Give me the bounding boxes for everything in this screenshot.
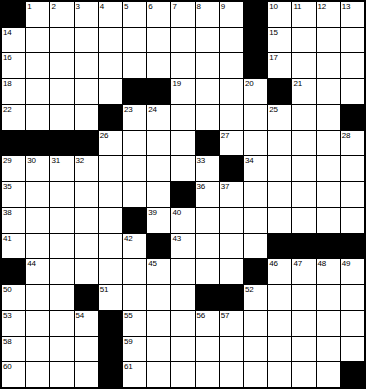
clue-number-38: 38 [3,208,12,217]
white-cell-r0c6[interactable]: 6 [147,2,170,27]
white-cell-r7c13[interactable] [317,182,340,207]
white-cell-r4c9[interactable] [220,105,243,130]
white-cell-r12c11[interactable] [268,311,291,336]
clue-number-8: 8 [197,2,201,11]
white-cell-r1c8[interactable] [196,28,219,53]
white-cell-r4c13[interactable] [317,105,340,130]
white-cell-r2c4[interactable] [99,53,122,78]
crossword-grid: 1234567891011121314151617181920212223242… [0,0,366,389]
white-cell-r0c3[interactable]: 3 [75,2,98,27]
white-cell-r2c2[interactable] [50,53,73,78]
black-cell-r10c0 [2,259,25,284]
clue-number-3: 3 [76,2,80,11]
white-cell-r13c12[interactable] [292,337,315,362]
white-cell-r1c5[interactable] [123,28,146,53]
clue-number-43: 43 [172,234,181,243]
clue-number-17: 17 [269,53,278,62]
white-cell-r12c12[interactable] [292,311,315,336]
white-cell-r4c12[interactable] [292,105,315,130]
clue-number-48: 48 [318,259,327,268]
clue-number-60: 60 [3,362,12,371]
black-cell-r11c9 [220,285,243,310]
clue-number-28: 28 [342,131,351,140]
white-cell-r14c3[interactable] [75,362,98,387]
white-cell-r4c10[interactable] [244,105,267,130]
clue-number-21: 21 [293,79,302,88]
white-cell-r3c9[interactable] [220,79,243,104]
clue-number-54: 54 [76,311,85,320]
clue-number-52: 52 [245,285,254,294]
white-cell-r10c11[interactable]: 46 [268,259,291,284]
white-cell-r13c9[interactable] [220,337,243,362]
white-cell-r3c4[interactable] [99,79,122,104]
clue-number-51: 51 [100,285,109,294]
white-cell-r6c10[interactable]: 34 [244,156,267,181]
white-cell-r10c9[interactable] [220,259,243,284]
clue-number-25: 25 [269,105,278,114]
white-cell-r1c7[interactable] [171,28,194,53]
clue-number-2: 2 [51,2,55,11]
clue-number-47: 47 [293,259,302,268]
white-cell-r13c13[interactable] [317,337,340,362]
white-cell-r0c12[interactable]: 11 [292,2,315,27]
white-cell-r8c6[interactable]: 39 [147,208,170,233]
white-cell-r10c2[interactable] [50,259,73,284]
white-cell-r2c0[interactable]: 16 [2,53,25,78]
white-cell-r3c14[interactable] [341,79,364,104]
white-cell-r0c11[interactable]: 10 [268,2,291,27]
white-cell-r11c0[interactable]: 50 [2,285,25,310]
white-cell-r7c1[interactable] [26,182,49,207]
clue-number-42: 42 [124,234,133,243]
white-cell-r7c8[interactable]: 36 [196,182,219,207]
white-cell-r4c2[interactable] [50,105,73,130]
white-cell-r6c3[interactable]: 32 [75,156,98,181]
white-cell-r8c2[interactable] [50,208,73,233]
black-cell-r5c8 [196,131,219,156]
white-cell-r14c7[interactable] [171,362,194,387]
white-cell-r7c3[interactable] [75,182,98,207]
clue-number-15: 15 [269,28,278,37]
white-cell-r7c9[interactable]: 37 [220,182,243,207]
white-cell-r9c0[interactable]: 41 [2,234,25,259]
clue-number-6: 6 [148,2,152,11]
clue-number-1: 1 [27,2,31,11]
white-cell-r3c12[interactable]: 21 [292,79,315,104]
white-cell-r9c5[interactable]: 42 [123,234,146,259]
white-cell-r9c1[interactable] [26,234,49,259]
white-cell-r6c4[interactable] [99,156,122,181]
black-cell-r9c11 [268,234,291,259]
black-cell-r0c0 [2,2,25,27]
white-cell-r14c2[interactable] [50,362,73,387]
white-cell-r3c7[interactable]: 19 [171,79,194,104]
black-cell-r14c14 [341,362,364,387]
white-cell-r2c9[interactable] [220,53,243,78]
white-cell-r5c13[interactable] [317,131,340,156]
white-cell-r10c8[interactable] [196,259,219,284]
clue-number-37: 37 [221,182,230,191]
white-cell-r2c13[interactable] [317,53,340,78]
white-cell-r9c9[interactable] [220,234,243,259]
white-cell-r9c10[interactable] [244,234,267,259]
white-cell-r9c3[interactable] [75,234,98,259]
white-cell-r8c10[interactable] [244,208,267,233]
black-cell-r3c5 [123,79,146,104]
black-cell-r1c10 [244,28,267,53]
clue-number-26: 26 [100,131,109,140]
white-cell-r13c1[interactable] [26,337,49,362]
white-cell-r11c1[interactable] [26,285,49,310]
white-cell-r0c5[interactable]: 5 [123,2,146,27]
black-cell-r12c4 [99,311,122,336]
white-cell-r13c0[interactable]: 58 [2,337,25,362]
white-cell-r12c5[interactable]: 55 [123,311,146,336]
white-cell-r4c8[interactable] [196,105,219,130]
white-cell-r14c5[interactable]: 61 [123,362,146,387]
white-cell-r14c9[interactable] [220,362,243,387]
white-cell-r12c1[interactable] [26,311,49,336]
white-cell-r2c1[interactable] [26,53,49,78]
black-cell-r9c13 [317,234,340,259]
white-cell-r12c0[interactable]: 53 [2,311,25,336]
white-cell-r8c1[interactable] [26,208,49,233]
white-cell-r14c8[interactable] [196,362,219,387]
white-cell-r12c3[interactable]: 54 [75,311,98,336]
white-cell-r8c14[interactable] [341,208,364,233]
clue-number-56: 56 [197,311,206,320]
white-cell-r1c11[interactable]: 15 [268,28,291,53]
clue-number-13: 13 [342,2,351,11]
clue-number-35: 35 [3,182,12,191]
white-cell-r12c9[interactable]: 57 [220,311,243,336]
clue-number-23: 23 [124,105,133,114]
white-cell-r9c7[interactable]: 43 [171,234,194,259]
clue-number-40: 40 [172,208,181,217]
white-cell-r11c2[interactable] [50,285,73,310]
clue-number-29: 29 [3,156,12,165]
white-cell-r6c0[interactable]: 29 [2,156,25,181]
white-cell-r2c6[interactable] [147,53,170,78]
white-cell-r3c8[interactable] [196,79,219,104]
white-cell-r4c5[interactable]: 23 [123,105,146,130]
white-cell-r6c13[interactable] [317,156,340,181]
clue-number-16: 16 [3,53,12,62]
black-cell-r11c8 [196,285,219,310]
white-cell-r14c0[interactable]: 60 [2,362,25,387]
white-cell-r3c0[interactable]: 18 [2,79,25,104]
white-cell-r5c5[interactable] [123,131,146,156]
white-cell-r0c4[interactable]: 4 [99,2,122,27]
white-cell-r13c7[interactable] [171,337,194,362]
white-cell-r14c11[interactable] [268,362,291,387]
white-cell-r7c14[interactable] [341,182,364,207]
white-cell-r1c6[interactable] [147,28,170,53]
white-cell-r5c10[interactable] [244,131,267,156]
clue-number-53: 53 [3,311,12,320]
white-cell-r5c4[interactable]: 26 [99,131,122,156]
clue-number-22: 22 [3,105,12,114]
clue-number-5: 5 [124,2,128,11]
white-cell-r13c2[interactable] [50,337,73,362]
black-cell-r4c4 [99,105,122,130]
white-cell-r10c13[interactable]: 48 [317,259,340,284]
white-cell-r0c7[interactable]: 7 [171,2,194,27]
clue-number-9: 9 [221,2,225,11]
white-cell-r10c6[interactable]: 45 [147,259,170,284]
clue-number-49: 49 [342,259,351,268]
clue-number-19: 19 [172,79,181,88]
white-cell-r0c1[interactable]: 1 [26,2,49,27]
black-cell-r5c1 [26,131,49,156]
clue-number-31: 31 [51,156,60,165]
white-cell-r2c14[interactable] [341,53,364,78]
clue-number-20: 20 [245,79,254,88]
clue-number-32: 32 [76,156,85,165]
white-cell-r8c3[interactable] [75,208,98,233]
white-cell-r12c7[interactable] [171,311,194,336]
white-cell-r5c11[interactable] [268,131,291,156]
white-cell-r6c6[interactable] [147,156,170,181]
white-cell-r0c13[interactable]: 12 [317,2,340,27]
white-cell-r2c5[interactable] [123,53,146,78]
white-cell-r5c14[interactable]: 28 [341,131,364,156]
white-cell-r10c14[interactable]: 49 [341,259,364,284]
white-cell-r13c6[interactable] [147,337,170,362]
clue-number-4: 4 [100,2,104,11]
white-cell-r6c5[interactable] [123,156,146,181]
white-cell-r3c1[interactable] [26,79,49,104]
white-cell-r8c11[interactable] [268,208,291,233]
black-cell-r3c11 [268,79,291,104]
clue-number-10: 10 [269,2,278,11]
clue-number-34: 34 [245,156,254,165]
white-cell-r6c7[interactable] [171,156,194,181]
white-cell-r13c10[interactable] [244,337,267,362]
white-cell-r8c4[interactable] [99,208,122,233]
white-cell-r7c6[interactable] [147,182,170,207]
white-cell-r1c9[interactable] [220,28,243,53]
white-cell-r1c3[interactable] [75,28,98,53]
clue-number-33: 33 [197,156,206,165]
white-cell-r8c13[interactable] [317,208,340,233]
white-cell-r12c6[interactable] [147,311,170,336]
clue-number-11: 11 [293,2,301,11]
white-cell-r0c8[interactable]: 8 [196,2,219,27]
white-cell-r1c2[interactable] [50,28,73,53]
clue-number-59: 59 [124,337,133,346]
clue-number-58: 58 [3,337,12,346]
white-cell-r2c8[interactable] [196,53,219,78]
clue-number-55: 55 [124,311,133,320]
black-cell-r10c10 [244,259,267,284]
white-cell-r1c12[interactable] [292,28,315,53]
white-cell-r13c3[interactable] [75,337,98,362]
white-cell-r12c2[interactable] [50,311,73,336]
white-cell-r12c14[interactable] [341,311,364,336]
white-cell-r14c13[interactable] [317,362,340,387]
clue-number-30: 30 [27,156,36,165]
clue-number-45: 45 [148,259,157,268]
white-cell-r0c9[interactable]: 9 [220,2,243,27]
white-cell-r12c8[interactable]: 56 [196,311,219,336]
white-cell-r11c10[interactable]: 52 [244,285,267,310]
white-cell-r11c12[interactable] [292,285,315,310]
white-cell-r10c5[interactable] [123,259,146,284]
white-cell-r11c7[interactable] [171,285,194,310]
white-cell-r7c4[interactable] [99,182,122,207]
white-cell-r5c7[interactable] [171,131,194,156]
clue-number-46: 46 [269,259,278,268]
white-cell-r3c2[interactable] [50,79,73,104]
black-cell-r5c0 [2,131,25,156]
white-cell-r8c0[interactable]: 38 [2,208,25,233]
black-cell-r11c3 [75,285,98,310]
clue-number-24: 24 [148,105,157,114]
white-cell-r1c14[interactable] [341,28,364,53]
clue-number-27: 27 [221,131,230,140]
white-cell-r10c7[interactable] [171,259,194,284]
white-cell-r6c12[interactable] [292,156,315,181]
clue-number-44: 44 [27,259,36,268]
clue-number-18: 18 [3,79,12,88]
black-cell-r3c6 [147,79,170,104]
white-cell-r0c14[interactable]: 13 [341,2,364,27]
white-cell-r5c6[interactable] [147,131,170,156]
white-cell-r6c11[interactable] [268,156,291,181]
white-cell-r9c2[interactable] [50,234,73,259]
white-cell-r13c5[interactable]: 59 [123,337,146,362]
white-cell-r14c6[interactable] [147,362,170,387]
black-cell-r14c4 [99,362,122,387]
white-cell-r13c11[interactable] [268,337,291,362]
white-cell-r11c6[interactable] [147,285,170,310]
white-cell-r3c13[interactable] [317,79,340,104]
black-cell-r6c9 [220,156,243,181]
white-cell-r0c2[interactable]: 2 [50,2,73,27]
white-cell-r10c12[interactable]: 47 [292,259,315,284]
white-cell-r11c5[interactable] [123,285,146,310]
white-cell-r13c14[interactable] [341,337,364,362]
clue-number-50: 50 [3,285,12,294]
white-cell-r14c10[interactable] [244,362,267,387]
white-cell-r2c12[interactable] [292,53,315,78]
white-cell-r11c13[interactable] [317,285,340,310]
white-cell-r12c10[interactable] [244,311,267,336]
clue-number-39: 39 [148,208,157,217]
black-cell-r13c4 [99,337,122,362]
white-cell-r10c4[interactable] [99,259,122,284]
white-cell-r3c3[interactable] [75,79,98,104]
white-cell-r6c2[interactable]: 31 [50,156,73,181]
white-cell-r2c11[interactable]: 17 [268,53,291,78]
white-cell-r4c6[interactable]: 24 [147,105,170,130]
white-cell-r8c12[interactable] [292,208,315,233]
black-cell-r0c10 [244,2,267,27]
white-cell-r8c8[interactable] [196,208,219,233]
black-cell-r5c3 [75,131,98,156]
black-cell-r4c14 [341,105,364,130]
white-cell-r13c8[interactable] [196,337,219,362]
white-cell-r1c4[interactable] [99,28,122,53]
black-cell-r9c6 [147,234,170,259]
white-cell-r12c13[interactable] [317,311,340,336]
white-cell-r14c1[interactable] [26,362,49,387]
white-cell-r5c12[interactable] [292,131,315,156]
white-cell-r7c2[interactable] [50,182,73,207]
white-cell-r7c0[interactable]: 35 [2,182,25,207]
black-cell-r8c5 [123,208,146,233]
white-cell-r14c12[interactable] [292,362,315,387]
white-cell-r2c7[interactable] [171,53,194,78]
white-cell-r11c14[interactable] [341,285,364,310]
white-cell-r10c1[interactable]: 44 [26,259,49,284]
white-cell-r11c11[interactable] [268,285,291,310]
white-cell-r6c1[interactable]: 30 [26,156,49,181]
black-cell-r2c10 [244,53,267,78]
white-cell-r9c4[interactable] [99,234,122,259]
white-cell-r4c11[interactable]: 25 [268,105,291,130]
white-cell-r9c8[interactable] [196,234,219,259]
white-cell-r1c1[interactable] [26,28,49,53]
white-cell-r4c3[interactable] [75,105,98,130]
black-cell-r7c7 [171,182,194,207]
white-cell-r6c14[interactable] [341,156,364,181]
clue-number-14: 14 [3,28,12,37]
clue-number-57: 57 [221,311,230,320]
white-cell-r5c9[interactable]: 27 [220,131,243,156]
white-cell-r7c12[interactable] [292,182,315,207]
white-cell-r4c7[interactable] [171,105,194,130]
white-cell-r1c0[interactable]: 14 [2,28,25,53]
white-cell-r4c1[interactable] [26,105,49,130]
black-cell-r9c14 [341,234,364,259]
white-cell-r8c7[interactable]: 40 [171,208,194,233]
clue-number-36: 36 [197,182,206,191]
white-cell-r2c3[interactable] [75,53,98,78]
clue-number-7: 7 [172,2,176,11]
white-cell-r7c11[interactable] [268,182,291,207]
white-cell-r7c10[interactable] [244,182,267,207]
white-cell-r1c13[interactable] [317,28,340,53]
white-cell-r7c5[interactable] [123,182,146,207]
white-cell-r10c3[interactable] [75,259,98,284]
white-cell-r8c9[interactable] [220,208,243,233]
white-cell-r3c10[interactable]: 20 [244,79,267,104]
white-cell-r11c4[interactable]: 51 [99,285,122,310]
clue-number-12: 12 [318,2,327,11]
black-cell-r9c12 [292,234,315,259]
white-cell-r6c8[interactable]: 33 [196,156,219,181]
white-cell-r4c0[interactable]: 22 [2,105,25,130]
clue-number-61: 61 [124,362,133,371]
clue-number-41: 41 [3,234,12,243]
black-cell-r5c2 [50,131,73,156]
